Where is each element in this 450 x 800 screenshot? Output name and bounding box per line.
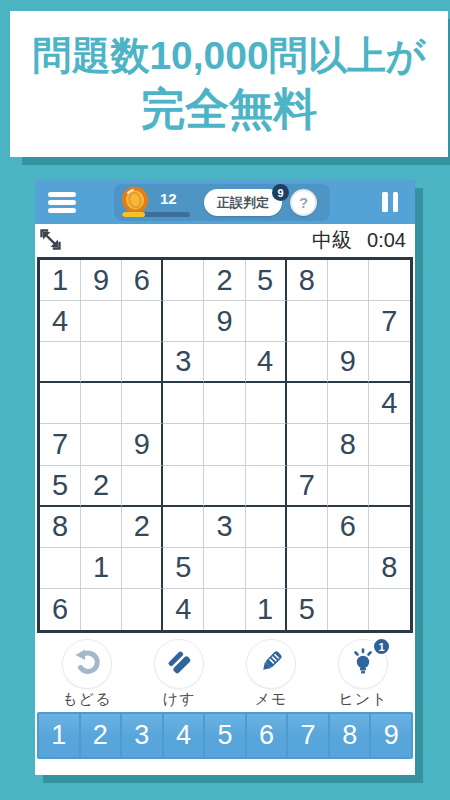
cell-r9c5[interactable] <box>204 589 245 630</box>
cell-r1c6[interactable]: 5 <box>246 260 287 301</box>
cell-r3c6[interactable]: 4 <box>246 342 287 383</box>
promo-line1: 問題数10,000問以上が <box>32 32 425 81</box>
cell-r7c5[interactable]: 3 <box>204 507 245 548</box>
board-bar: 中級 0:04 <box>35 224 415 257</box>
numpad-1[interactable]: 1 <box>39 714 79 757</box>
cell-r7c8[interactable]: 6 <box>328 507 369 548</box>
cell-r5c1[interactable]: 7 <box>40 424 81 465</box>
cell-r1c2[interactable]: 9 <box>81 260 122 301</box>
cell-r8c6[interactable] <box>246 548 287 589</box>
pencil-icon <box>255 646 287 682</box>
erase-button[interactable]: けす <box>133 639 225 709</box>
cell-r6c8[interactable] <box>328 466 369 507</box>
hint-button[interactable]: 1 ヒント <box>317 639 409 709</box>
cell-r7c1[interactable]: 8 <box>40 507 81 548</box>
numpad-2[interactable]: 2 <box>81 714 121 757</box>
cell-r9c2[interactable] <box>81 589 122 630</box>
cell-r3c7[interactable] <box>287 342 328 383</box>
header-center-panel: 12 正誤判定 9 ? <box>114 184 330 221</box>
cell-r1c3[interactable]: 6 <box>122 260 163 301</box>
cell-r3c2[interactable] <box>81 342 122 383</box>
cell-r1c5[interactable]: 2 <box>204 260 245 301</box>
memo-button[interactable]: メモ <box>225 639 317 709</box>
cell-r4c8[interactable] <box>328 383 369 424</box>
cell-r8c9[interactable]: 8 <box>369 548 410 589</box>
coin-progress-fill <box>122 212 145 217</box>
promo-banner: 問題数10,000問以上が 完全無料 <box>10 11 448 157</box>
cell-r6c5[interactable] <box>204 466 245 507</box>
numpad-6[interactable]: 6 <box>247 714 287 757</box>
cell-r9c9[interactable] <box>369 589 410 630</box>
cell-r4c1[interactable] <box>40 383 81 424</box>
cell-r7c2[interactable] <box>81 507 122 548</box>
app-window: 12 正誤判定 9 ? 中級 0:04 <box>35 180 415 775</box>
app-header: 12 正誤判定 9 ? <box>35 180 415 224</box>
cell-r1c4[interactable] <box>163 260 204 301</box>
menu-icon[interactable] <box>48 192 76 213</box>
cell-r5c5[interactable] <box>204 424 245 465</box>
cell-r7c6[interactable] <box>246 507 287 548</box>
cell-r6c7[interactable]: 7 <box>287 466 328 507</box>
coin-icon <box>121 186 149 214</box>
cell-r2c5[interactable]: 9 <box>204 301 245 342</box>
cell-r9c6[interactable]: 1 <box>246 589 287 630</box>
cell-r3c9[interactable] <box>369 342 410 383</box>
judge-badge: 9 <box>272 184 289 201</box>
numpad-4[interactable]: 4 <box>164 714 204 757</box>
cell-r1c9[interactable] <box>369 260 410 301</box>
cell-r7c7[interactable] <box>287 507 328 548</box>
cell-r9c7[interactable]: 5 <box>287 589 328 630</box>
numpad-3[interactable]: 3 <box>122 714 162 757</box>
cell-r7c4[interactable] <box>163 507 204 548</box>
cell-r3c1[interactable] <box>40 342 81 383</box>
cell-r9c8[interactable] <box>328 589 369 630</box>
cell-r2c4[interactable] <box>163 301 204 342</box>
cell-r3c8[interactable]: 9 <box>328 342 369 383</box>
timer: 0:04 <box>367 229 406 252</box>
cell-r9c3[interactable] <box>122 589 163 630</box>
numpad: 123456789 <box>37 712 413 759</box>
cell-r7c9[interactable] <box>369 507 410 548</box>
difficulty-label: 中級 <box>312 227 352 254</box>
cell-r9c4[interactable]: 4 <box>163 589 204 630</box>
numpad-9[interactable]: 9 <box>371 714 411 757</box>
memo-label: メモ <box>255 690 288 709</box>
cell-r8c5[interactable] <box>204 548 245 589</box>
cell-r7c3[interactable]: 2 <box>122 507 163 548</box>
cell-r1c7[interactable]: 8 <box>287 260 328 301</box>
cell-r4c4[interactable] <box>163 383 204 424</box>
eraser-icon <box>163 646 195 682</box>
numpad-8[interactable]: 8 <box>330 714 370 757</box>
cell-r4c6[interactable] <box>246 383 287 424</box>
expand-icon[interactable] <box>38 227 63 256</box>
cell-r6c1[interactable]: 5 <box>40 466 81 507</box>
cell-r6c3[interactable] <box>122 466 163 507</box>
cell-r2c7[interactable] <box>287 301 328 342</box>
cell-r6c6[interactable] <box>246 466 287 507</box>
undo-button[interactable]: もどる <box>41 639 133 709</box>
promo-line2: 完全無料 <box>141 81 317 136</box>
coin-count: 12 <box>160 190 177 207</box>
cell-r5c6[interactable] <box>246 424 287 465</box>
cell-r1c1[interactable]: 1 <box>40 260 81 301</box>
cell-r6c2[interactable]: 2 <box>81 466 122 507</box>
cell-r2c8[interactable] <box>328 301 369 342</box>
coin-progress-bar <box>122 212 190 217</box>
cell-r1c8[interactable] <box>328 260 369 301</box>
cell-r8c3[interactable] <box>122 548 163 589</box>
cell-r8c7[interactable] <box>287 548 328 589</box>
undo-label: もどる <box>62 690 111 709</box>
pause-button[interactable] <box>382 192 398 212</box>
cell-r3c4[interactable]: 3 <box>163 342 204 383</box>
cell-r3c5[interactable] <box>204 342 245 383</box>
cell-r8c2[interactable]: 1 <box>81 548 122 589</box>
cell-r4c3[interactable] <box>122 383 163 424</box>
sudoku-grid: 196258497349479852782361586415 <box>37 257 413 633</box>
toolbar: もどる けす <box>35 633 415 710</box>
cell-r5c4[interactable] <box>163 424 204 465</box>
cell-r2c6[interactable] <box>246 301 287 342</box>
cell-r5c8[interactable]: 8 <box>328 424 369 465</box>
cell-r8c8[interactable] <box>328 548 369 589</box>
cell-r4c2[interactable] <box>81 383 122 424</box>
cell-r8c4[interactable]: 5 <box>163 548 204 589</box>
cell-r5c9[interactable] <box>369 424 410 465</box>
cell-r2c1[interactable]: 4 <box>40 301 81 342</box>
hint-badge: 1 <box>372 637 391 656</box>
cell-r6c9[interactable] <box>369 466 410 507</box>
cell-r5c7[interactable] <box>287 424 328 465</box>
undo-icon <box>72 647 102 681</box>
cell-r2c2[interactable] <box>81 301 122 342</box>
cell-r6c4[interactable] <box>163 466 204 507</box>
cell-r5c3[interactable]: 9 <box>122 424 163 465</box>
erase-label: けす <box>163 690 196 709</box>
cell-r8c1[interactable] <box>40 548 81 589</box>
hint-label: ヒント <box>338 690 387 709</box>
cell-r2c3[interactable] <box>122 301 163 342</box>
judge-button[interactable]: 正誤判定 <box>204 189 282 216</box>
cell-r4c9[interactable]: 4 <box>369 383 410 424</box>
numpad-5[interactable]: 5 <box>205 714 245 757</box>
cell-r3c3[interactable] <box>122 342 163 383</box>
cell-r4c7[interactable] <box>287 383 328 424</box>
cell-r4c5[interactable] <box>204 383 245 424</box>
cell-r9c1[interactable]: 6 <box>40 589 81 630</box>
cell-r2c9[interactable]: 7 <box>369 301 410 342</box>
help-button[interactable]: ? <box>290 189 317 216</box>
cell-r5c2[interactable] <box>81 424 122 465</box>
numpad-7[interactable]: 7 <box>288 714 328 757</box>
